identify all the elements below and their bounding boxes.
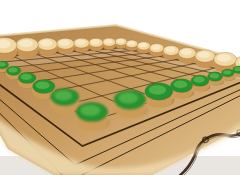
- light-piece: [16, 38, 40, 58]
- light-piece: [89, 38, 105, 51]
- board-svg: [0, 0, 240, 175]
- light-piece: [163, 45, 180, 60]
- light-piece: [195, 50, 217, 68]
- board-photo-scene: [0, 0, 240, 175]
- light-piece: [73, 38, 90, 52]
- green-piece: [170, 79, 194, 99]
- green-piece: [221, 69, 235, 81]
- light-piece: [56, 38, 75, 54]
- green-piece: [191, 75, 211, 91]
- green-piece: [208, 72, 224, 86]
- green-piece: [114, 90, 148, 119]
- green-piece: [76, 102, 110, 131]
- light-piece: [178, 48, 197, 64]
- green-piece: [145, 83, 175, 108]
- light-piece: [37, 38, 58, 56]
- light-piece: [103, 38, 117, 50]
